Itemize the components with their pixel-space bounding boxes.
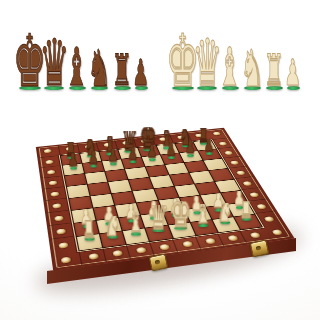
medallion-icon [236, 170, 246, 175]
white-rook-icon: ♜ [81, 213, 96, 243]
piece-upright: ♟ [54, 153, 92, 169]
light-pawn-icon: ♟ [285, 55, 302, 91]
frame-cell-bottom [195, 233, 225, 250]
medallion-icon [182, 241, 193, 248]
medallion-icon [47, 170, 55, 175]
medallion-icon [249, 232, 260, 238]
medallion-icon [227, 235, 238, 241]
medallion-icon [50, 191, 59, 196]
square-c6[interactable] [105, 169, 128, 181]
medallion-icon [56, 228, 66, 234]
chess-set-product-photo: ♚♛♝♞♜♟ ♚♛♝♞♜♟ ♜♞♝♛♚♝♞♜♟♟♟♟♟♟♟♟♟♟♟♟♟♟♟♟♜♞… [0, 0, 320, 320]
medallion-icon [49, 180, 58, 185]
medallion-icon [44, 149, 52, 153]
light-piece-lineup: ♚♛♝♞♜♟ [168, 0, 308, 92]
medallion-icon [45, 160, 53, 165]
medallion-icon [54, 215, 63, 221]
piece-upright: ♜ [66, 221, 111, 242]
medallion-icon [52, 203, 61, 209]
medallion-icon [204, 238, 215, 244]
dark-piece-lineup: ♚♛♝♞♜♟ [12, 0, 148, 92]
medallion-icon [61, 257, 71, 264]
medallion-icon [88, 253, 98, 260]
medallion-icon [272, 229, 283, 235]
frame-corner [53, 252, 79, 269]
medallion-icon [230, 160, 240, 165]
lineup-light-pawn[interactable]: ♟ [271, 65, 315, 90]
black-pawn-icon: ♟ [67, 147, 78, 170]
medallion-icon [135, 247, 146, 254]
medallion-icon [112, 250, 123, 257]
medallion-icon [159, 244, 170, 251]
medallion-icon [58, 242, 68, 249]
square-b6[interactable] [85, 172, 107, 184]
